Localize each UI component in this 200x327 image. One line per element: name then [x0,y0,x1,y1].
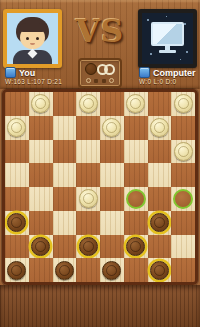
white-piece[interactable] [174,94,193,113]
square-g8[interactable] [148,92,172,116]
square-b6[interactable] [29,140,53,164]
square-c8[interactable] [53,92,77,116]
square-b4[interactable] [29,187,53,211]
square-g2[interactable] [148,235,172,259]
square-d5[interactable] [76,163,100,187]
square-c6[interactable] [53,140,77,164]
vs-label: VS [66,16,134,47]
white-piece[interactable] [150,118,169,137]
square-c1[interactable] [53,258,77,282]
square-d1[interactable] [76,258,100,282]
square-h4[interactable] [171,187,195,211]
computer-name: Computer [153,68,196,78]
white-piece[interactable] [79,189,98,208]
panel-mark-icon [94,79,98,83]
square-d3[interactable] [76,211,100,235]
square-g3[interactable] [148,211,172,235]
square-a7[interactable] [5,116,29,140]
white-piece[interactable] [174,142,193,161]
square-h8[interactable] [171,92,195,116]
captured-white-pieces-icon [97,64,115,75]
square-b2[interactable] [29,235,53,259]
header-wood-background: VS You W:163 L:107 D:21 [0,0,200,89]
square-f3[interactable] [124,211,148,235]
square-d2[interactable] [76,235,100,259]
square-d6[interactable] [76,140,100,164]
square-c3[interactable] [53,211,77,235]
player-flag-icon [5,67,16,78]
avatar-eye [26,37,29,40]
square-c4[interactable] [53,187,77,211]
square-a6[interactable] [5,140,29,164]
square-c5[interactable] [53,163,77,187]
square-b8[interactable] [29,92,53,116]
square-h5[interactable] [171,163,195,187]
captured-dark-piece-icon [85,63,97,75]
square-f6[interactable] [124,140,148,164]
white-piece[interactable] [79,94,98,113]
square-d7[interactable] [76,116,100,140]
bottom-bar: ⚙ ↺ [0,285,200,327]
square-a5[interactable] [5,163,29,187]
panel-mark-icon [109,78,114,83]
avatar-fringe [19,23,46,32]
square-a4[interactable] [5,187,29,211]
square-f1[interactable] [124,258,148,282]
computer-avatar [138,9,197,68]
board-frame [2,89,198,285]
white-piece[interactable] [126,94,145,113]
avatar-eye [36,37,39,40]
white-piece[interactable] [7,118,26,137]
player-name: You [19,68,35,78]
square-h6[interactable] [171,140,195,164]
square-g4[interactable] [148,187,172,211]
square-e7[interactable] [100,116,124,140]
square-f4[interactable] [124,187,148,211]
dark-piece[interactable] [79,237,98,256]
computer-monitor-icon [151,22,184,55]
board[interactable] [5,92,195,282]
dark-piece[interactable] [31,237,50,256]
square-g1[interactable] [148,258,172,282]
square-e8[interactable] [100,92,124,116]
square-f2[interactable] [124,235,148,259]
square-b1[interactable] [29,258,53,282]
dark-piece[interactable] [55,261,74,280]
square-e3[interactable] [100,211,124,235]
dark-piece[interactable] [126,237,145,256]
square-e6[interactable] [100,140,124,164]
square-e5[interactable] [100,163,124,187]
square-b3[interactable] [29,211,53,235]
square-b5[interactable] [29,163,53,187]
square-e4[interactable] [100,187,124,211]
square-g5[interactable] [148,163,172,187]
computer-stats: W:0 L:0 D:0 [139,78,177,85]
square-h1[interactable] [171,258,195,282]
square-h3[interactable] [171,211,195,235]
square-a2[interactable] [5,235,29,259]
square-e1[interactable] [100,258,124,282]
dark-piece[interactable] [7,213,26,232]
panel-mark-icon [86,78,91,83]
player-avatar [3,9,62,68]
dark-piece[interactable] [102,261,121,280]
square-h2[interactable] [171,235,195,259]
square-f7[interactable] [124,116,148,140]
square-c7[interactable] [53,116,77,140]
dark-piece[interactable] [150,213,169,232]
computer-flag-icon [139,67,150,78]
square-g6[interactable] [148,140,172,164]
square-a8[interactable] [5,92,29,116]
square-a1[interactable] [5,258,29,282]
white-piece[interactable] [102,118,121,137]
square-d4[interactable] [76,187,100,211]
square-d8[interactable] [76,92,100,116]
square-h7[interactable] [171,116,195,140]
player-stats: W:163 L:107 D:21 [5,78,62,85]
captured-pieces-panel [78,58,122,88]
square-f8[interactable] [124,92,148,116]
move-target-highlight[interactable] [126,189,146,209]
square-a3[interactable] [5,211,29,235]
square-g7[interactable] [148,116,172,140]
square-b7[interactable] [29,116,53,140]
square-e2[interactable] [100,235,124,259]
dark-piece[interactable] [150,261,169,280]
panel-mark-icon [102,79,106,83]
square-c2[interactable] [53,235,77,259]
white-piece[interactable] [31,94,50,113]
dark-piece[interactable] [7,261,26,280]
move-target-highlight[interactable] [173,189,193,209]
square-f5[interactable] [124,163,148,187]
